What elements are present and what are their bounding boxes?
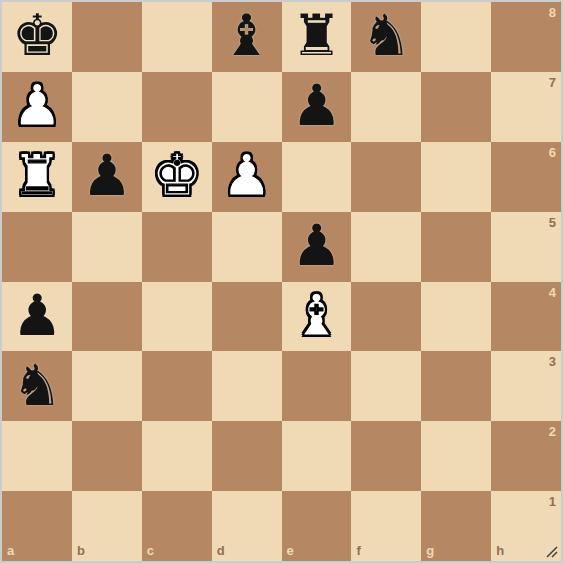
square-c8[interactable] bbox=[142, 2, 212, 72]
square-a8[interactable]: ♚ bbox=[2, 2, 72, 72]
square-b4[interactable] bbox=[72, 282, 142, 352]
square-b5[interactable] bbox=[72, 212, 142, 282]
square-f5[interactable] bbox=[351, 212, 421, 282]
black-knight-f8[interactable]: ♞ bbox=[361, 7, 412, 64]
square-h7[interactable]: 7 bbox=[491, 72, 561, 142]
square-a2[interactable] bbox=[2, 421, 72, 491]
rank-label-8: 8 bbox=[549, 6, 556, 19]
square-d4[interactable] bbox=[212, 282, 282, 352]
file-label-e: e bbox=[287, 544, 294, 557]
square-a6[interactable]: ♜ bbox=[2, 142, 72, 212]
black-pawn-b6[interactable]: ♟ bbox=[81, 147, 132, 204]
square-f1[interactable]: f bbox=[351, 491, 421, 561]
square-e8[interactable]: ♜ bbox=[282, 2, 352, 72]
rank-label-5: 5 bbox=[549, 216, 556, 229]
square-b8[interactable] bbox=[72, 2, 142, 72]
black-pawn-e7[interactable]: ♟ bbox=[291, 77, 342, 134]
square-g3[interactable] bbox=[421, 351, 491, 421]
file-label-d: d bbox=[217, 544, 225, 557]
black-king-a8[interactable]: ♚ bbox=[11, 7, 62, 64]
square-h1[interactable]: 1h bbox=[491, 491, 561, 561]
chess-board: ♚♝♜♞8♟♟7♜♟♚♟6♟5♟♝4♞32abcdefg1h bbox=[0, 0, 563, 563]
file-label-f: f bbox=[356, 544, 360, 557]
square-c6[interactable]: ♚ bbox=[142, 142, 212, 212]
square-b6[interactable]: ♟ bbox=[72, 142, 142, 212]
square-g6[interactable] bbox=[421, 142, 491, 212]
rank-label-7: 7 bbox=[549, 76, 556, 89]
square-e4[interactable]: ♝ bbox=[282, 282, 352, 352]
square-e5[interactable]: ♟ bbox=[282, 212, 352, 282]
square-d3[interactable] bbox=[212, 351, 282, 421]
square-a1[interactable]: a bbox=[2, 491, 72, 561]
chess-board-window: ♚♝♜♞8♟♟7♜♟♚♟6♟5♟♝4♞32abcdefg1h bbox=[0, 0, 563, 563]
black-pawn-a4[interactable]: ♟ bbox=[11, 287, 62, 344]
square-d1[interactable]: d bbox=[212, 491, 282, 561]
rank-label-1: 1 bbox=[549, 495, 556, 508]
black-pawn-e5[interactable]: ♟ bbox=[291, 217, 342, 274]
file-label-a: a bbox=[7, 544, 14, 557]
square-d8[interactable]: ♝ bbox=[212, 2, 282, 72]
square-c1[interactable]: c bbox=[142, 491, 212, 561]
square-a4[interactable]: ♟ bbox=[2, 282, 72, 352]
square-a3[interactable]: ♞ bbox=[2, 351, 72, 421]
square-h5[interactable]: 5 bbox=[491, 212, 561, 282]
square-g8[interactable] bbox=[421, 2, 491, 72]
black-rook-e8[interactable]: ♜ bbox=[291, 7, 342, 64]
square-f4[interactable] bbox=[351, 282, 421, 352]
square-g5[interactable] bbox=[421, 212, 491, 282]
square-e2[interactable] bbox=[282, 421, 352, 491]
white-pawn-a7[interactable]: ♟ bbox=[11, 77, 62, 134]
square-h6[interactable]: 6 bbox=[491, 142, 561, 212]
square-h4[interactable]: 4 bbox=[491, 282, 561, 352]
square-g4[interactable] bbox=[421, 282, 491, 352]
rank-label-4: 4 bbox=[549, 286, 556, 299]
square-h2[interactable]: 2 bbox=[491, 421, 561, 491]
file-label-h: h bbox=[496, 544, 504, 557]
square-e6[interactable] bbox=[282, 142, 352, 212]
black-bishop-d8[interactable]: ♝ bbox=[221, 7, 272, 64]
square-g2[interactable] bbox=[421, 421, 491, 491]
rank-label-2: 2 bbox=[549, 425, 556, 438]
square-a7[interactable]: ♟ bbox=[2, 72, 72, 142]
file-label-b: b bbox=[77, 544, 85, 557]
square-c7[interactable] bbox=[142, 72, 212, 142]
resize-handle-icon[interactable] bbox=[546, 546, 558, 558]
square-b3[interactable] bbox=[72, 351, 142, 421]
square-f2[interactable] bbox=[351, 421, 421, 491]
white-pawn-d6[interactable]: ♟ bbox=[221, 147, 272, 204]
square-c4[interactable] bbox=[142, 282, 212, 352]
square-h3[interactable]: 3 bbox=[491, 351, 561, 421]
square-c3[interactable] bbox=[142, 351, 212, 421]
rank-label-3: 3 bbox=[549, 355, 556, 368]
white-king-c6[interactable]: ♚ bbox=[151, 147, 202, 204]
square-a5[interactable] bbox=[2, 212, 72, 282]
square-f3[interactable] bbox=[351, 351, 421, 421]
square-b1[interactable]: b bbox=[72, 491, 142, 561]
square-b7[interactable] bbox=[72, 72, 142, 142]
square-c2[interactable] bbox=[142, 421, 212, 491]
rank-label-6: 6 bbox=[549, 146, 556, 159]
square-c5[interactable] bbox=[142, 212, 212, 282]
square-f6[interactable] bbox=[351, 142, 421, 212]
square-g1[interactable]: g bbox=[421, 491, 491, 561]
white-bishop-e4[interactable]: ♝ bbox=[291, 287, 342, 344]
square-e1[interactable]: e bbox=[282, 491, 352, 561]
white-rook-a6[interactable]: ♜ bbox=[11, 147, 62, 204]
square-d7[interactable] bbox=[212, 72, 282, 142]
square-f8[interactable]: ♞ bbox=[351, 2, 421, 72]
square-e7[interactable]: ♟ bbox=[282, 72, 352, 142]
square-f7[interactable] bbox=[351, 72, 421, 142]
square-e3[interactable] bbox=[282, 351, 352, 421]
square-d2[interactable] bbox=[212, 421, 282, 491]
square-h8[interactable]: 8 bbox=[491, 2, 561, 72]
file-label-c: c bbox=[147, 544, 154, 557]
square-b2[interactable] bbox=[72, 421, 142, 491]
black-knight-a3[interactable]: ♞ bbox=[11, 357, 62, 414]
file-label-g: g bbox=[426, 544, 434, 557]
square-d5[interactable] bbox=[212, 212, 282, 282]
square-d6[interactable]: ♟ bbox=[212, 142, 282, 212]
square-g7[interactable] bbox=[421, 72, 491, 142]
